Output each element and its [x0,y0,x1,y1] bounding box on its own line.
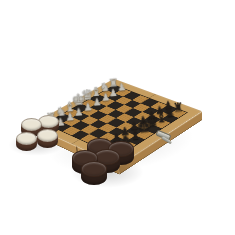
product-photo: ♜♞♝♛♚♝♞♜♟♟♟♟♟♟♟♟♟♟♟♟♟♟♟♟♜♞♝♛♚♝♞♜ [0,0,235,235]
piece-black-rook: ♜ [105,139,128,154]
piece-white-pawn: ♟ [50,116,71,128]
board-case: ♜♞♝♛♚♝♞♜♟♟♟♟♟♟♟♟♟♟♟♟♟♟♟♟♜♞♝♛♚♝♞♜ [30,79,202,166]
fold-seam-front [76,146,78,155]
scene: ♜♞♝♛♚♝♞♜♟♟♟♟♟♟♟♟♟♟♟♟♟♟♟♟♜♞♝♛♚♝♞♜ [0,0,235,235]
